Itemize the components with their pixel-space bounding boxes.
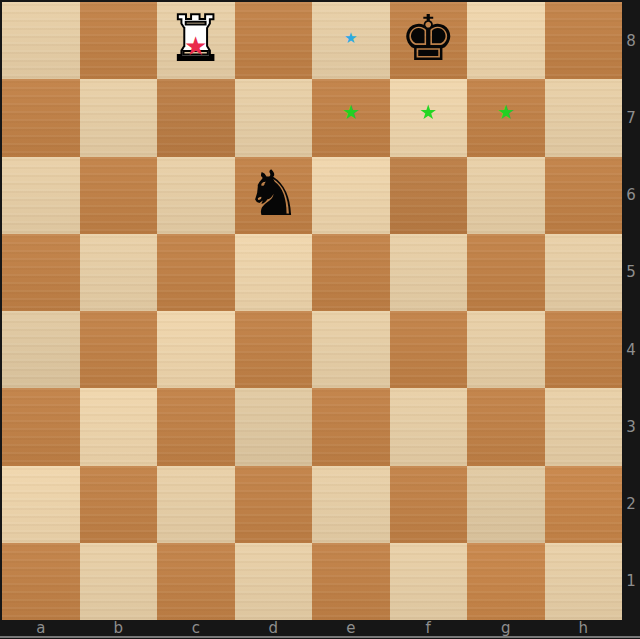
move-hint-star-icon: ★ [497, 102, 515, 122]
square-b4[interactable] [80, 311, 158, 388]
file-labels: abcdefgh [2, 620, 622, 635]
square-a5[interactable] [2, 234, 80, 311]
square-g1[interactable] [467, 543, 545, 620]
rank-label-5: 5 [622, 234, 640, 311]
square-e6[interactable] [312, 157, 390, 234]
window-divider [0, 636, 640, 638]
square-h5[interactable] [545, 234, 623, 311]
square-b6[interactable] [80, 157, 158, 234]
square-g2[interactable] [467, 466, 545, 543]
file-label-f: f [390, 620, 468, 635]
move-hint-star-icon: ★ [342, 102, 360, 122]
black-king-piece[interactable]: ♚ [400, 7, 456, 70]
square-c6[interactable] [157, 157, 235, 234]
rank-label-8: 8 [622, 2, 640, 79]
file-label-h: h [545, 620, 623, 635]
square-e3[interactable] [312, 388, 390, 465]
square-g7[interactable]: ★ [467, 79, 545, 156]
square-h1[interactable] [545, 543, 623, 620]
square-a7[interactable] [2, 79, 80, 156]
square-d8[interactable] [235, 2, 313, 79]
square-b3[interactable] [80, 388, 158, 465]
square-h4[interactable] [545, 311, 623, 388]
rank-label-3: 3 [622, 388, 640, 465]
square-b1[interactable] [80, 543, 158, 620]
square-e5[interactable] [312, 234, 390, 311]
file-label-e: e [312, 620, 390, 635]
square-g3[interactable] [467, 388, 545, 465]
square-h8[interactable] [545, 2, 623, 79]
file-label-b: b [80, 620, 158, 635]
move-hint-star-icon: ★ [419, 102, 437, 122]
square-d7[interactable] [235, 79, 313, 156]
square-b5[interactable] [80, 234, 158, 311]
square-a2[interactable] [2, 466, 80, 543]
square-d2[interactable] [235, 466, 313, 543]
square-e2[interactable] [312, 466, 390, 543]
square-c2[interactable] [157, 466, 235, 543]
square-h7[interactable] [545, 79, 623, 156]
square-e1[interactable] [312, 543, 390, 620]
square-f8[interactable]: ♚ [390, 2, 468, 79]
square-a1[interactable] [2, 543, 80, 620]
square-f3[interactable] [390, 388, 468, 465]
square-d4[interactable] [235, 311, 313, 388]
square-f2[interactable] [390, 466, 468, 543]
square-h6[interactable] [545, 157, 623, 234]
square-c7[interactable] [157, 79, 235, 156]
file-label-d: d [235, 620, 313, 635]
rank-labels: 87654321 [622, 2, 640, 620]
square-b7[interactable] [80, 79, 158, 156]
square-e7[interactable]: ★ [312, 79, 390, 156]
square-g5[interactable] [467, 234, 545, 311]
square-f4[interactable] [390, 311, 468, 388]
square-h2[interactable] [545, 466, 623, 543]
square-g8[interactable] [467, 2, 545, 79]
square-a3[interactable] [2, 388, 80, 465]
square-g6[interactable] [467, 157, 545, 234]
square-c3[interactable] [157, 388, 235, 465]
rank-label-4: 4 [622, 311, 640, 388]
file-label-a: a [2, 620, 80, 635]
square-d6[interactable]: ♞ [235, 157, 313, 234]
square-d3[interactable] [235, 388, 313, 465]
rank-label-2: 2 [622, 466, 640, 543]
square-c1[interactable] [157, 543, 235, 620]
square-b8[interactable] [80, 2, 158, 79]
chess-board: ♜★★♚★★★♞ [2, 2, 622, 620]
square-c4[interactable] [157, 311, 235, 388]
chess-app: ♜★★♚★★★♞ 87654321 abcdefgh [0, 0, 640, 639]
black-knight-piece[interactable]: ♞ [245, 162, 301, 225]
square-f5[interactable] [390, 234, 468, 311]
square-f6[interactable] [390, 157, 468, 234]
square-a4[interactable] [2, 311, 80, 388]
square-b2[interactable] [80, 466, 158, 543]
red-star-badge-icon: ★ [184, 33, 207, 59]
square-c8[interactable]: ♜★ [157, 2, 235, 79]
file-label-g: g [467, 620, 545, 635]
square-f1[interactable] [390, 543, 468, 620]
square-c5[interactable] [157, 234, 235, 311]
file-label-c: c [157, 620, 235, 635]
square-f7[interactable]: ★ [390, 79, 468, 156]
square-e4[interactable] [312, 311, 390, 388]
square-d1[interactable] [235, 543, 313, 620]
square-d5[interactable] [235, 234, 313, 311]
square-a6[interactable] [2, 157, 80, 234]
square-h3[interactable] [545, 388, 623, 465]
rank-label-7: 7 [622, 79, 640, 156]
square-e8[interactable]: ★ [312, 2, 390, 79]
move-hint-star-icon: ★ [344, 31, 357, 46]
square-g4[interactable] [467, 311, 545, 388]
rank-label-1: 1 [622, 543, 640, 620]
rank-label-6: 6 [622, 157, 640, 234]
square-a8[interactable] [2, 2, 80, 79]
